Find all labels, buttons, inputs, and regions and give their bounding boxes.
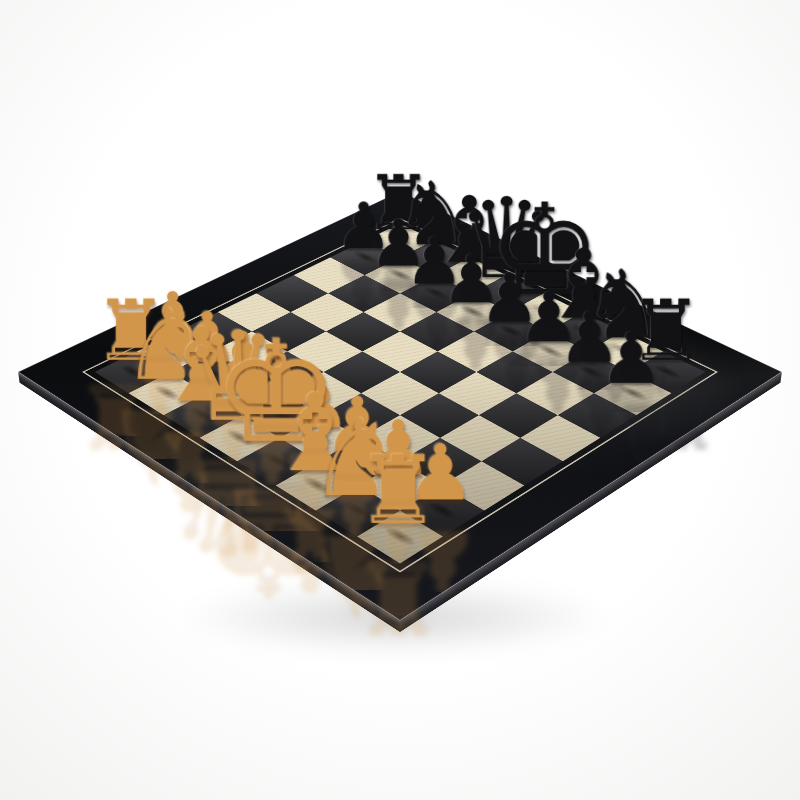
- piece-layer: ♜♜♞♞♝♝♛♛♚♚♝♝♞♞♜♜♟♟♟♟♟♟♟♟♟♟♟♟♟♟♟♟♟♟♟♟♟♟♟♟…: [95, 224, 706, 564]
- piece-reflection: ♟: [564, 394, 726, 469]
- chess-photo-scene: ♜♜♞♞♝♝♛♛♚♚♝♝♞♞♜♜♟♟♟♟♟♟♟♟♟♟♟♟♟♟♟♟♟♟♟♟♟♟♟♟…: [0, 0, 800, 800]
- piece-reflection: ♜: [308, 547, 488, 648]
- chess-board: ♜♜♞♞♝♝♛♛♚♚♝♝♞♞♜♜♟♟♟♟♟♟♟♟♟♟♟♟♟♟♟♟♟♟♟♟♟♟♟♟…: [18, 191, 782, 620]
